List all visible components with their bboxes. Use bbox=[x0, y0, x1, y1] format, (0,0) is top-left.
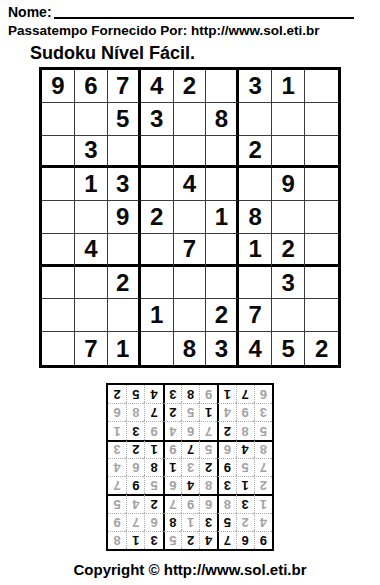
solution-cell-r7c1: 5 bbox=[254, 421, 272, 439]
puzzle-cell-r4c2[interactable]: 1 bbox=[75, 168, 108, 201]
name-label: Nome: bbox=[8, 5, 52, 19]
solution-cell-r3c4: 6 bbox=[199, 494, 217, 512]
puzzle-cell-r7c2[interactable] bbox=[75, 267, 108, 300]
solution-cell-r8c2: 9 bbox=[236, 403, 254, 421]
puzzle-cell-r6c1[interactable] bbox=[42, 234, 75, 267]
puzzle-cell-r9c5[interactable]: 8 bbox=[174, 332, 207, 365]
solution-cell-r7c6: 4 bbox=[163, 421, 181, 439]
puzzle-cell-r1c1[interactable]: 9 bbox=[42, 70, 75, 103]
puzzle-cell-r2c1[interactable] bbox=[42, 103, 75, 136]
solution-cell-r4c3: 3 bbox=[217, 476, 235, 494]
puzzle-cell-r4c7[interactable] bbox=[239, 168, 272, 201]
solution-cell-r1c4: 4 bbox=[199, 531, 217, 549]
puzzle-cell-r9c2[interactable]: 7 bbox=[75, 332, 108, 365]
solution-cell-r9c1: 6 bbox=[254, 385, 272, 403]
puzzle-cell-r9c3[interactable]: 1 bbox=[108, 332, 141, 365]
sudoku-puzzle-board[interactable]: 967423153832134992184712231277183452 bbox=[39, 67, 341, 368]
puzzle-cell-r6c6[interactable] bbox=[206, 234, 239, 267]
puzzle-cell-r5c9[interactable] bbox=[305, 201, 338, 234]
puzzle-cell-r1c9[interactable] bbox=[305, 70, 338, 103]
solution-cell-r2c5: 1 bbox=[181, 513, 199, 531]
puzzle-cell-r3c3[interactable] bbox=[108, 136, 141, 169]
solution-cell-r3c5: 9 bbox=[181, 494, 199, 512]
puzzle-cell-r5c6[interactable]: 1 bbox=[206, 201, 239, 234]
puzzle-cell-r1c8[interactable]: 1 bbox=[272, 70, 305, 103]
solution-cell-r7c9: 1 bbox=[108, 421, 126, 439]
solution-cell-r3c3: 8 bbox=[217, 494, 235, 512]
solution-cell-r8c8: 8 bbox=[126, 403, 144, 421]
solution-cell-r6c9: 3 bbox=[108, 440, 126, 458]
solution-cell-r5c5: 3 bbox=[181, 458, 199, 476]
solution-cell-r2c7: 6 bbox=[144, 513, 162, 531]
solution-cell-r6c8: 2 bbox=[126, 440, 144, 458]
solution-cell-r4c5: 4 bbox=[181, 476, 199, 494]
solution-cell-r2c2: 2 bbox=[236, 513, 254, 531]
puzzle-cell-r7c7[interactable] bbox=[239, 267, 272, 300]
puzzle-cell-r9c6[interactable]: 3 bbox=[206, 332, 239, 365]
puzzle-cell-r9c7[interactable]: 4 bbox=[239, 332, 272, 365]
solution-cell-r5c8: 6 bbox=[126, 458, 144, 476]
puzzle-cell-r7c1[interactable] bbox=[42, 267, 75, 300]
puzzle-cell-r3c8[interactable] bbox=[272, 136, 305, 169]
puzzle-cell-r3c6[interactable] bbox=[206, 136, 239, 169]
puzzle-cell-r9c9[interactable]: 2 bbox=[305, 332, 338, 365]
solution-cell-r2c8: 7 bbox=[126, 513, 144, 531]
puzzle-cell-r2c2[interactable] bbox=[75, 103, 108, 136]
solution-cell-r1c8: 1 bbox=[126, 531, 144, 549]
solution-cell-r1c2: 6 bbox=[236, 531, 254, 549]
name-blank-line[interactable] bbox=[54, 5, 354, 19]
puzzle-cell-r9c1[interactable] bbox=[42, 332, 75, 365]
puzzle-cell-r1c4[interactable]: 4 bbox=[141, 70, 174, 103]
puzzle-cell-r3c4[interactable] bbox=[141, 136, 174, 169]
solution-cell-r8c9: 6 bbox=[108, 403, 126, 421]
solution-cell-r9c6: 3 bbox=[163, 385, 181, 403]
solution-cell-r7c5: 6 bbox=[181, 421, 199, 439]
solution-cell-r9c3: 1 bbox=[217, 385, 235, 403]
puzzle-cell-r8c6[interactable]: 2 bbox=[206, 299, 239, 332]
solution-cell-r9c4: 9 bbox=[199, 385, 217, 403]
solution-cell-r1c5: 2 bbox=[181, 531, 199, 549]
solution-cell-r2c1: 4 bbox=[254, 513, 272, 531]
copyright-line: Copyright © http://www.sol.eti.br bbox=[0, 561, 380, 578]
solution-cell-r6c1: 8 bbox=[254, 440, 272, 458]
solution-cell-r6c6: 9 bbox=[163, 440, 181, 458]
puzzle-cell-r5c1[interactable] bbox=[42, 201, 75, 234]
solution-cell-r6c2: 4 bbox=[236, 440, 254, 458]
solution-cell-r2c3: 5 bbox=[217, 513, 235, 531]
puzzle-cell-r9c4[interactable] bbox=[141, 332, 174, 365]
puzzle-cell-r6c8[interactable]: 2 bbox=[272, 234, 305, 267]
solution-cell-r4c2: 1 bbox=[236, 476, 254, 494]
puzzle-cell-r6c4[interactable] bbox=[141, 234, 174, 267]
solution-cell-r7c2: 8 bbox=[236, 421, 254, 439]
puzzle-cell-r5c7[interactable]: 8 bbox=[239, 201, 272, 234]
puzzle-cell-r2c7[interactable] bbox=[239, 103, 272, 136]
puzzle-cell-r2c3[interactable]: 5 bbox=[108, 103, 141, 136]
solution-cell-r5c4: 2 bbox=[199, 458, 217, 476]
puzzle-cell-r7c4[interactable] bbox=[141, 267, 174, 300]
puzzle-cell-r4c6[interactable] bbox=[206, 168, 239, 201]
puzzle-cell-r5c5[interactable] bbox=[174, 201, 207, 234]
puzzle-cell-r2c8[interactable] bbox=[272, 103, 305, 136]
name-row: Nome: bbox=[0, 0, 380, 19]
solution-cell-r1c3: 7 bbox=[217, 531, 235, 549]
puzzle-cell-r4c1[interactable] bbox=[42, 168, 75, 201]
solution-cell-r9c8: 5 bbox=[126, 385, 144, 403]
puzzle-cell-r1c3[interactable]: 7 bbox=[108, 70, 141, 103]
puzzle-cell-r8c8[interactable] bbox=[272, 299, 305, 332]
solution-cell-r3c6: 7 bbox=[163, 494, 181, 512]
sudoku-worksheet-page: Nome: Passatempo Fornecido Por: http://w… bbox=[0, 0, 380, 585]
solution-cell-r1c6: 5 bbox=[163, 531, 181, 549]
puzzle-cell-r8c2[interactable] bbox=[75, 299, 108, 332]
puzzle-cell-r4c5[interactable]: 4 bbox=[174, 168, 207, 201]
puzzle-cell-r3c1[interactable] bbox=[42, 136, 75, 169]
puzzle-cell-r3c7[interactable]: 2 bbox=[239, 136, 272, 169]
puzzle-cell-r6c9[interactable] bbox=[305, 234, 338, 267]
solution-cell-r9c9: 2 bbox=[108, 385, 126, 403]
solution-cell-r2c6: 8 bbox=[163, 513, 181, 531]
solution-cell-r4c4: 8 bbox=[199, 476, 217, 494]
solution-cell-r2c4: 3 bbox=[199, 513, 217, 531]
solution-cell-r1c1: 9 bbox=[254, 531, 272, 549]
solution-cell-r1c7: 3 bbox=[144, 531, 162, 549]
puzzle-cell-r6c3[interactable] bbox=[108, 234, 141, 267]
puzzle-cell-r7c8[interactable]: 3 bbox=[272, 267, 305, 300]
solution-cell-r3c1: 1 bbox=[254, 494, 272, 512]
solution-cell-r7c8: 3 bbox=[126, 421, 144, 439]
puzzle-cell-r1c5[interactable]: 2 bbox=[174, 70, 207, 103]
solution-cell-r7c4: 7 bbox=[199, 421, 217, 439]
solution-cell-r6c7: 1 bbox=[144, 440, 162, 458]
puzzle-cell-r5c4[interactable]: 2 bbox=[141, 201, 174, 234]
solution-cell-r8c4: 1 bbox=[199, 403, 217, 421]
solution-cell-r9c5: 8 bbox=[181, 385, 199, 403]
solution-cell-r4c6: 6 bbox=[163, 476, 181, 494]
solution-cell-r6c3: 6 bbox=[217, 440, 235, 458]
solution-cell-r3c7: 2 bbox=[144, 494, 162, 512]
solution-cell-r4c9: 7 bbox=[108, 476, 126, 494]
solution-cell-r5c1: 7 bbox=[254, 458, 272, 476]
solution-cell-r1c9: 8 bbox=[108, 531, 126, 549]
solution-cell-r5c7: 8 bbox=[144, 458, 162, 476]
provider-line: Passatempo Fornecido Por: http://www.sol… bbox=[0, 19, 380, 38]
puzzle-cell-r7c9[interactable] bbox=[305, 267, 338, 300]
page-title: Sudoku Nível Fácil. bbox=[30, 43, 380, 63]
puzzle-cell-r1c7[interactable]: 3 bbox=[239, 70, 272, 103]
puzzle-cell-r2c4[interactable]: 3 bbox=[141, 103, 174, 136]
solution-cell-r5c9: 4 bbox=[108, 458, 126, 476]
puzzle-cell-r8c5[interactable] bbox=[174, 299, 207, 332]
solution-cell-r6c5: 7 bbox=[181, 440, 199, 458]
solution-cell-r4c1: 2 bbox=[254, 476, 272, 494]
puzzle-cell-r3c2[interactable]: 3 bbox=[75, 136, 108, 169]
puzzle-cell-r2c5[interactable] bbox=[174, 103, 207, 136]
solution-cell-r8c3: 4 bbox=[217, 403, 235, 421]
puzzle-cell-r5c3[interactable]: 9 bbox=[108, 201, 141, 234]
puzzle-cell-r6c7[interactable]: 1 bbox=[239, 234, 272, 267]
puzzle-cell-r2c9[interactable] bbox=[305, 103, 338, 136]
puzzle-cell-r4c3[interactable]: 3 bbox=[108, 168, 141, 201]
sudoku-solution-board-rotated: 9674253184253186791386972452138465977592… bbox=[106, 383, 274, 551]
puzzle-cell-r4c8[interactable]: 9 bbox=[272, 168, 305, 201]
puzzle-cell-r8c4[interactable]: 1 bbox=[141, 299, 174, 332]
solution-cell-r8c6: 2 bbox=[163, 403, 181, 421]
solution-cell-r4c8: 9 bbox=[126, 476, 144, 494]
solution-cell-r3c2: 3 bbox=[236, 494, 254, 512]
solution-cell-r5c3: 9 bbox=[217, 458, 235, 476]
solution-cell-r3c9: 5 bbox=[108, 494, 126, 512]
puzzle-cell-r9c8[interactable]: 5 bbox=[272, 332, 305, 365]
puzzle-cell-r4c4[interactable] bbox=[141, 168, 174, 201]
solution-cell-r5c2: 5 bbox=[236, 458, 254, 476]
puzzle-cell-r2c6[interactable]: 8 bbox=[206, 103, 239, 136]
puzzle-cell-r8c7[interactable]: 7 bbox=[239, 299, 272, 332]
puzzle-cell-r8c1[interactable] bbox=[42, 299, 75, 332]
puzzle-cell-r6c2[interactable]: 4 bbox=[75, 234, 108, 267]
puzzle-cell-r8c3[interactable] bbox=[108, 299, 141, 332]
solution-cell-r7c3: 2 bbox=[217, 421, 235, 439]
solution-cell-r8c7: 7 bbox=[144, 403, 162, 421]
solution-cell-r4c7: 5 bbox=[144, 476, 162, 494]
puzzle-cell-r5c8[interactable] bbox=[272, 201, 305, 234]
puzzle-cell-r8c9[interactable] bbox=[305, 299, 338, 332]
puzzle-cell-r3c9[interactable] bbox=[305, 136, 338, 169]
puzzle-cell-r7c5[interactable] bbox=[174, 267, 207, 300]
solution-cell-r2c9: 9 bbox=[108, 513, 126, 531]
puzzle-cell-r4c9[interactable] bbox=[305, 168, 338, 201]
solution-cell-r9c2: 7 bbox=[236, 385, 254, 403]
puzzle-cell-r7c3[interactable]: 2 bbox=[108, 267, 141, 300]
solution-cell-r3c8: 4 bbox=[126, 494, 144, 512]
puzzle-cell-r3c5[interactable] bbox=[174, 136, 207, 169]
puzzle-cell-r1c2[interactable]: 6 bbox=[75, 70, 108, 103]
puzzle-cell-r6c5[interactable]: 7 bbox=[174, 234, 207, 267]
solution-cell-r5c6: 1 bbox=[163, 458, 181, 476]
puzzle-cell-r1c6[interactable] bbox=[206, 70, 239, 103]
solution-cell-r7c7: 9 bbox=[144, 421, 162, 439]
solution-cell-r8c1: 3 bbox=[254, 403, 272, 421]
solution-cell-r9c7: 4 bbox=[144, 385, 162, 403]
puzzle-cell-r5c2[interactable] bbox=[75, 201, 108, 234]
solution-cell-r6c4: 5 bbox=[199, 440, 217, 458]
solution-cell-r8c5: 5 bbox=[181, 403, 199, 421]
puzzle-cell-r7c6[interactable] bbox=[206, 267, 239, 300]
